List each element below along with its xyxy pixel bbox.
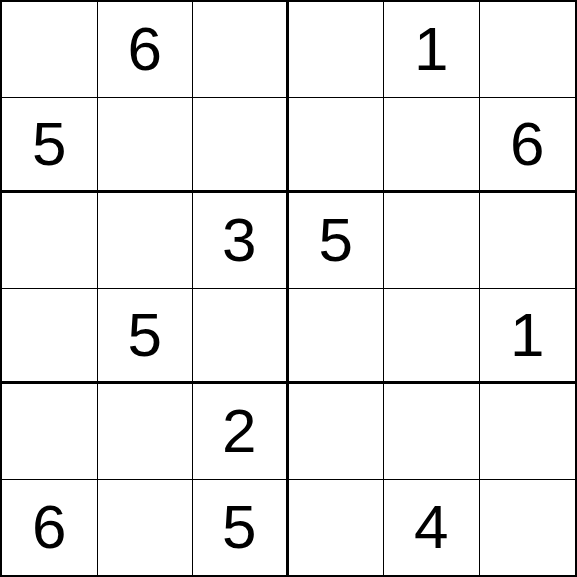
cell-r4c1[interactable] <box>2 289 98 385</box>
cell-r5c3[interactable]: 2 <box>193 384 289 480</box>
cell-r6c4[interactable] <box>289 480 385 576</box>
cell-r3c2[interactable] <box>98 193 194 289</box>
cell-r3c1[interactable] <box>2 193 98 289</box>
cell-r4c3[interactable] <box>193 289 289 385</box>
cell-r5c2[interactable] <box>98 384 194 480</box>
cell-r5c1[interactable] <box>2 384 98 480</box>
cell-r4c6[interactable]: 1 <box>480 289 576 385</box>
cell-r1c5[interactable]: 1 <box>384 2 480 98</box>
cell-r2c5[interactable] <box>384 98 480 194</box>
cell-r4c4[interactable] <box>289 289 385 385</box>
cell-r3c3[interactable]: 3 <box>193 193 289 289</box>
cell-r6c2[interactable] <box>98 480 194 576</box>
cell-r4c5[interactable] <box>384 289 480 385</box>
cell-r6c1[interactable]: 6 <box>2 480 98 576</box>
cell-r1c1[interactable] <box>2 2 98 98</box>
cell-r1c2[interactable]: 6 <box>98 2 194 98</box>
cell-r3c6[interactable] <box>480 193 576 289</box>
cell-r1c6[interactable] <box>480 2 576 98</box>
cell-r1c3[interactable] <box>193 2 289 98</box>
cell-r5c6[interactable] <box>480 384 576 480</box>
cell-r6c5[interactable]: 4 <box>384 480 480 576</box>
cell-r4c2[interactable]: 5 <box>98 289 194 385</box>
cell-r1c4[interactable] <box>289 2 385 98</box>
cell-r2c2[interactable] <box>98 98 194 194</box>
cell-r5c5[interactable] <box>384 384 480 480</box>
sudoku-board: 615635512654 <box>0 0 577 577</box>
sudoku-puzzle: 615635512654 <box>0 0 577 577</box>
cell-r6c6[interactable] <box>480 480 576 576</box>
cell-r2c1[interactable]: 5 <box>2 98 98 194</box>
cell-r2c6[interactable]: 6 <box>480 98 576 194</box>
cell-r2c3[interactable] <box>193 98 289 194</box>
cell-r2c4[interactable] <box>289 98 385 194</box>
cell-r3c4[interactable]: 5 <box>289 193 385 289</box>
cell-r6c3[interactable]: 5 <box>193 480 289 576</box>
cell-r3c5[interactable] <box>384 193 480 289</box>
cell-r5c4[interactable] <box>289 384 385 480</box>
